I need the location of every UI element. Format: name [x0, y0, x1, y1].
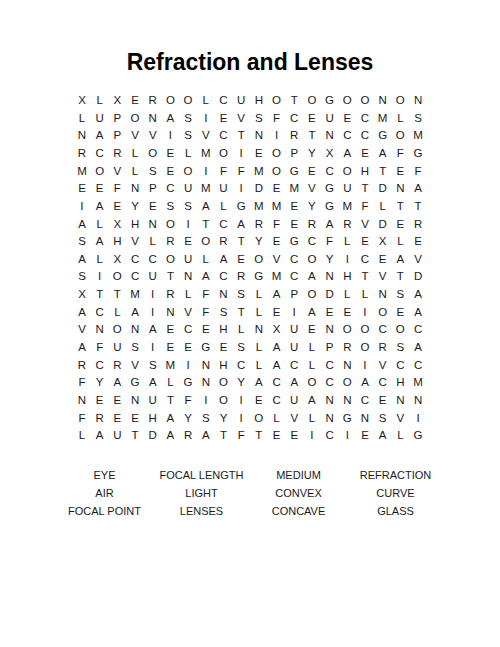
word-list-item: CURVE	[347, 484, 444, 502]
grid-cell: S	[409, 110, 427, 128]
grid-cell: L	[268, 410, 286, 428]
grid-cell: P	[109, 110, 127, 128]
grid-cell: U	[109, 427, 127, 445]
grid-cell: F	[268, 110, 286, 128]
grid-cell: R	[73, 357, 91, 375]
grid-cell: M	[250, 163, 268, 181]
grid-cell: C	[268, 374, 286, 392]
grid-cell: M	[374, 110, 392, 128]
grid-cell: H	[250, 92, 268, 110]
grid-cell: S	[179, 127, 197, 145]
word-list-item: REFRACTION	[347, 466, 444, 484]
grid-cell: F	[109, 180, 127, 198]
grid-cell: O	[356, 92, 374, 110]
grid-cell: M	[126, 286, 144, 304]
grid-cell: A	[91, 127, 109, 145]
grid-cell: L	[179, 145, 197, 163]
grid-cell: N	[356, 410, 374, 428]
grid-cell: T	[409, 198, 427, 216]
grid-cell: A	[268, 357, 286, 375]
grid-cell: L	[232, 321, 250, 339]
grid-cell: I	[197, 392, 215, 410]
grid-cell: O	[126, 110, 144, 128]
grid-cell: I	[91, 268, 109, 286]
grid-cell: C	[321, 427, 339, 445]
grid-cell: A	[73, 215, 91, 233]
grid-cell: H	[144, 410, 162, 428]
grid-cell: G	[374, 127, 392, 145]
grid-cell: N	[126, 321, 144, 339]
grid-cell: C	[215, 215, 233, 233]
grid-cell: C	[215, 92, 233, 110]
grid-cell: G	[321, 198, 339, 216]
grid-cell: D	[321, 286, 339, 304]
grid-cell: C	[321, 163, 339, 181]
grid-cell: I	[179, 215, 197, 233]
grid-cell: V	[144, 127, 162, 145]
grid-cell: I	[197, 110, 215, 128]
worksheet-page: Refraction and Lenses XLXEROOLCUHOTOGOON…	[0, 0, 500, 647]
grid-cell: C	[144, 251, 162, 269]
grid-cell: A	[409, 339, 427, 357]
grid-cell: L	[250, 286, 268, 304]
grid-cell: C	[356, 127, 374, 145]
grid-cell: X	[268, 321, 286, 339]
grid-cell: A	[162, 110, 180, 128]
grid-cell: N	[392, 392, 410, 410]
grid-cell: M	[338, 198, 356, 216]
grid-cell: R	[409, 215, 427, 233]
grid-cell: F	[73, 374, 91, 392]
grid-cell: O	[303, 251, 321, 269]
grid-cell: U	[285, 321, 303, 339]
grid-cell: L	[250, 357, 268, 375]
grid-cell: O	[197, 233, 215, 251]
grid-cell: U	[144, 392, 162, 410]
grid-cell: R	[338, 339, 356, 357]
grid-cell: A	[91, 427, 109, 445]
grid-cell: G	[126, 374, 144, 392]
grid-cell: N	[73, 392, 91, 410]
grid-cell: O	[91, 163, 109, 181]
grid-cell: C	[356, 110, 374, 128]
grid-cell: L	[392, 233, 410, 251]
grid-cell: G	[285, 233, 303, 251]
grid-cell: E	[409, 233, 427, 251]
grid-cell: N	[321, 410, 339, 428]
grid-cell: L	[250, 304, 268, 322]
grid-cell: O	[268, 163, 286, 181]
grid-cell: A	[144, 321, 162, 339]
grid-cell: T	[374, 163, 392, 181]
grid-cell: L	[197, 92, 215, 110]
grid-cell: I	[144, 286, 162, 304]
grid-cell: T	[392, 198, 410, 216]
grid-cell: F	[73, 410, 91, 428]
grid-cell: S	[126, 339, 144, 357]
grid-cell: E	[374, 392, 392, 410]
grid-cell: E	[250, 392, 268, 410]
grid-cell: I	[197, 163, 215, 181]
grid-cell: E	[179, 339, 197, 357]
grid-cell: O	[268, 145, 286, 163]
grid-cell: A	[374, 427, 392, 445]
grid-cell: Y	[250, 233, 268, 251]
grid-cell: H	[338, 268, 356, 286]
grid-cell: N	[409, 92, 427, 110]
grid-cell: F	[197, 286, 215, 304]
grid-cell: G	[409, 427, 427, 445]
grid-cell: I	[144, 304, 162, 322]
grid-cell: U	[338, 180, 356, 198]
grid-cell: E	[109, 198, 127, 216]
grid-cell: V	[73, 321, 91, 339]
grid-cell: C	[126, 268, 144, 286]
grid-cell: A	[268, 339, 286, 357]
grid-cell: A	[356, 374, 374, 392]
grid-cell: I	[144, 339, 162, 357]
grid-cell: M	[268, 198, 286, 216]
grid-cell: G	[232, 198, 250, 216]
grid-cell: X	[109, 251, 127, 269]
grid-cell: I	[409, 410, 427, 428]
grid-cell: A	[197, 268, 215, 286]
grid-cell: O	[215, 374, 233, 392]
grid-cell: L	[179, 286, 197, 304]
grid-cell: E	[356, 233, 374, 251]
grid-cell: V	[126, 127, 144, 145]
grid-cell: A	[303, 268, 321, 286]
grid-cell: E	[356, 145, 374, 163]
grid-cell: F	[215, 163, 233, 181]
grid-cell: G	[338, 410, 356, 428]
grid-cell: I	[356, 304, 374, 322]
grid-cell: A	[126, 304, 144, 322]
grid-cell: R	[109, 357, 127, 375]
grid-cell: V	[285, 410, 303, 428]
grid-cell: T	[392, 268, 410, 286]
grid-cell: H	[392, 374, 410, 392]
grid-cell: A	[162, 427, 180, 445]
grid-cell: O	[109, 321, 127, 339]
grid-cell: C	[91, 145, 109, 163]
grid-cell: E	[268, 304, 286, 322]
grid-cell: V	[303, 180, 321, 198]
grid-cell: A	[215, 251, 233, 269]
grid-cell: F	[179, 392, 197, 410]
grid-cell: S	[232, 339, 250, 357]
grid-cell: R	[144, 92, 162, 110]
grid-cell: S	[250, 110, 268, 128]
grid-cell: A	[285, 374, 303, 392]
grid-cell: A	[303, 392, 321, 410]
grid-cell: N	[374, 92, 392, 110]
grid-cell: F	[392, 145, 410, 163]
grid-cell: V	[374, 357, 392, 375]
grid-cell: L	[197, 251, 215, 269]
grid-cell: C	[91, 357, 109, 375]
word-list-item: CONCAVE	[250, 502, 347, 520]
word-list-item: FOCAL LENGTH	[153, 466, 250, 484]
grid-cell: O	[215, 392, 233, 410]
grid-cell: E	[392, 304, 410, 322]
grid-cell: L	[91, 92, 109, 110]
grid-cell: E	[215, 339, 233, 357]
grid-cell: V	[392, 410, 410, 428]
grid-cell: N	[179, 268, 197, 286]
grid-cell: E	[303, 110, 321, 128]
grid-cell: E	[356, 427, 374, 445]
grid-cell: O	[250, 251, 268, 269]
grid-cell: G	[250, 268, 268, 286]
grid-cell: O	[356, 321, 374, 339]
grid-cell: A	[144, 374, 162, 392]
grid-cell: A	[409, 286, 427, 304]
grid-cell: O	[215, 145, 233, 163]
grid-cell: T	[356, 180, 374, 198]
grid-cell: O	[144, 145, 162, 163]
grid-cell: R	[285, 127, 303, 145]
grid-cell: X	[73, 286, 91, 304]
grid-cell: I	[162, 127, 180, 145]
grid-cell: C	[285, 357, 303, 375]
grid-cell: A	[73, 339, 91, 357]
grid-cell: S	[392, 339, 410, 357]
grid-cell: S	[374, 410, 392, 428]
grid-cell: I	[338, 251, 356, 269]
grid-cell: O	[303, 374, 321, 392]
grid-cell: O	[374, 304, 392, 322]
word-list-item: MEDIUM	[250, 466, 347, 484]
grid-cell: L	[303, 410, 321, 428]
grid-cell: E	[197, 321, 215, 339]
grid-cell: M	[268, 268, 286, 286]
grid-cell: M	[197, 145, 215, 163]
grid-cell: C	[285, 110, 303, 128]
grid-cell: M	[250, 198, 268, 216]
word-list-item: LIGHT	[153, 484, 250, 502]
grid-cell: I	[179, 357, 197, 375]
grid-cell: R	[338, 215, 356, 233]
grid-cell: O	[392, 321, 410, 339]
grid-cell: V	[374, 268, 392, 286]
grid-cell: I	[232, 180, 250, 198]
word-list-item: FOCAL POINT	[56, 502, 153, 520]
grid-cell: Y	[303, 145, 321, 163]
grid-cell: T	[162, 268, 180, 286]
grid-cell: U	[215, 180, 233, 198]
grid-cell: R	[73, 145, 91, 163]
grid-cell: C	[215, 268, 233, 286]
grid-cell: U	[232, 92, 250, 110]
grid-cell: F	[356, 198, 374, 216]
grid-cell: S	[232, 286, 250, 304]
grid-cell: I	[73, 198, 91, 216]
grid-cell: F	[268, 215, 286, 233]
grid-cell: L	[338, 233, 356, 251]
grid-cell: O	[303, 92, 321, 110]
grid-cell: A	[73, 304, 91, 322]
grid-cell: X	[73, 92, 91, 110]
grid-cell: O	[356, 339, 374, 357]
grid-cell: O	[162, 215, 180, 233]
grid-cell: A	[409, 180, 427, 198]
grid-cell: I	[338, 427, 356, 445]
grid-cell: R	[91, 410, 109, 428]
grid-cell: G	[285, 163, 303, 181]
grid-cell: O	[338, 92, 356, 110]
grid-cell: I	[232, 392, 250, 410]
grid-cell: E	[268, 427, 286, 445]
grid-cell: L	[338, 286, 356, 304]
grid-cell: O	[303, 286, 321, 304]
word-list-item: EYE	[56, 466, 153, 484]
grid-cell: N	[126, 180, 144, 198]
grid-cell: N	[73, 127, 91, 145]
grid-cell: N	[162, 304, 180, 322]
word-list-item: LENSES	[153, 502, 250, 520]
grid-cell: U	[109, 339, 127, 357]
grid-cell: I	[232, 145, 250, 163]
grid-cell: O	[179, 163, 197, 181]
grid-cell: N	[144, 215, 162, 233]
grid-cell: Y	[126, 198, 144, 216]
grid-cell: L	[392, 110, 410, 128]
grid-cell: Y	[303, 198, 321, 216]
grid-cell: D	[374, 180, 392, 198]
grid-cell: E	[162, 145, 180, 163]
grid-cell: E	[215, 110, 233, 128]
grid-cell: D	[144, 427, 162, 445]
grid-cell: M	[409, 374, 427, 392]
grid-cell: A	[338, 145, 356, 163]
grid-cell: S	[144, 163, 162, 181]
grid-cell: M	[162, 357, 180, 375]
grid-cell: T	[91, 286, 109, 304]
grid-cell: E	[321, 304, 339, 322]
grid-cell: E	[179, 233, 197, 251]
grid-cell: H	[126, 215, 144, 233]
grid-cell: E	[285, 215, 303, 233]
grid-cell: E	[232, 251, 250, 269]
grid-cell: A	[109, 374, 127, 392]
grid-cell: A	[392, 251, 410, 269]
grid-cell: V	[356, 215, 374, 233]
grid-cell: U	[321, 110, 339, 128]
grid-cell: I	[356, 357, 374, 375]
grid-cell: L	[392, 427, 410, 445]
grid-cell: C	[285, 251, 303, 269]
grid-cell: N	[144, 110, 162, 128]
grid-cell: R	[162, 233, 180, 251]
grid-cell: A	[268, 286, 286, 304]
grid-cell: A	[250, 374, 268, 392]
grid-cell: R	[179, 427, 197, 445]
grid-cell: X	[374, 233, 392, 251]
grid-cell: I	[268, 127, 286, 145]
grid-cell: C	[356, 251, 374, 269]
grid-cell: L	[303, 339, 321, 357]
grid-cell: C	[409, 357, 427, 375]
word-list: EYEFOCAL LENGTHMEDIUMREFRACTIONAIRLIGHTC…	[56, 466, 444, 520]
grid-cell: N	[338, 392, 356, 410]
grid-cell: T	[285, 92, 303, 110]
grid-cell: V	[268, 251, 286, 269]
grid-cell: N	[321, 268, 339, 286]
grid-cell: O	[338, 163, 356, 181]
grid-cell: P	[144, 180, 162, 198]
grid-cell: A	[409, 304, 427, 322]
grid-cell: G	[179, 374, 197, 392]
grid-cell: U	[144, 268, 162, 286]
grid-cell: C	[162, 180, 180, 198]
grid-cell: L	[303, 357, 321, 375]
grid-cell: O	[268, 92, 286, 110]
grid-cell: H	[215, 321, 233, 339]
grid-cell: R	[162, 286, 180, 304]
grid-cell: E	[392, 215, 410, 233]
grid-cell: L	[215, 198, 233, 216]
grid-cell: T	[109, 286, 127, 304]
grid-cell: N	[91, 321, 109, 339]
grid-cell: E	[250, 145, 268, 163]
grid-cell: C	[321, 374, 339, 392]
grid-cell: L	[126, 145, 144, 163]
grid-cell: O	[162, 92, 180, 110]
grid-cell: N	[409, 392, 427, 410]
grid-cell: E	[109, 392, 127, 410]
grid-cell: T	[162, 392, 180, 410]
grid-cell: C	[215, 127, 233, 145]
grid-cell: M	[409, 127, 427, 145]
grid-cell: E	[285, 427, 303, 445]
grid-cell: T	[303, 127, 321, 145]
grid-cell: T	[126, 427, 144, 445]
grid-cell: A	[197, 198, 215, 216]
grid-cell: C	[126, 251, 144, 269]
grid-cell: C	[285, 268, 303, 286]
grid-cell: U	[285, 392, 303, 410]
grid-cell: V	[197, 127, 215, 145]
grid-cell: T	[250, 427, 268, 445]
grid-cell: F	[232, 427, 250, 445]
grid-cell: C	[409, 321, 427, 339]
grid-cell: A	[374, 145, 392, 163]
grid-cell: Y	[179, 410, 197, 428]
grid-cell: L	[162, 374, 180, 392]
grid-cell: E	[303, 163, 321, 181]
grid-cell: C	[179, 321, 197, 339]
grid-cell: R	[374, 339, 392, 357]
grid-cell: N	[197, 357, 215, 375]
grid-cell: E	[268, 180, 286, 198]
grid-cell: T	[197, 215, 215, 233]
grid-cell: L	[126, 163, 144, 181]
grid-cell: T	[232, 233, 250, 251]
grid-cell: H	[215, 357, 233, 375]
grid-cell: U	[285, 339, 303, 357]
grid-cell: N	[321, 127, 339, 145]
grid-cell: C	[374, 374, 392, 392]
grid-cell: E	[285, 198, 303, 216]
grid-cell: R	[250, 215, 268, 233]
grid-cell: U	[91, 110, 109, 128]
grid-cell: L	[91, 251, 109, 269]
grid-cell: O	[109, 268, 127, 286]
grid-cell: L	[73, 427, 91, 445]
grid-cell: N	[250, 127, 268, 145]
grid-cell: L	[374, 198, 392, 216]
